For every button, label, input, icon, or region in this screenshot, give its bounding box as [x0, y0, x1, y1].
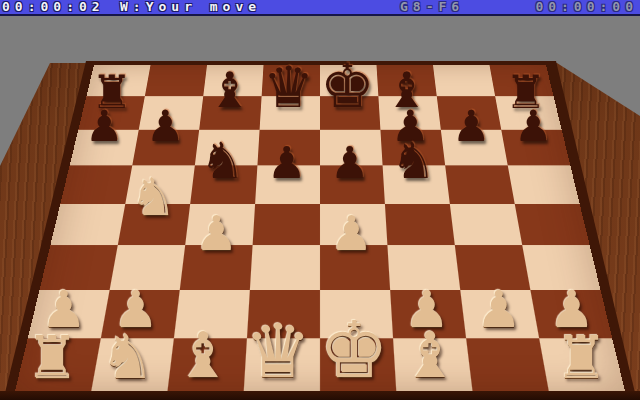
piece-white-knight-b5[interactable]: ♞: [130, 171, 177, 223]
piece-black-knight-f6[interactable]: ♞: [391, 136, 436, 186]
piece-white-knight-b1[interactable]: ♞: [100, 326, 155, 387]
piece-black-bishop-c8[interactable]: ♝: [208, 66, 252, 115]
piece-black-pawn-e6[interactable]: ♟: [330, 141, 369, 185]
pieces-layer: ♜♝♛♚♝♜♟♟♟♟♟♞♟♟♞♞♟♟♟♟♟♟♟♜♞♝♛♚♝♜: [0, 0, 640, 400]
piece-black-knight-c6[interactable]: ♞: [200, 136, 245, 186]
piece-black-pawn-h7[interactable]: ♟: [514, 105, 553, 148]
piece-black-pawn-a7[interactable]: ♟: [85, 105, 124, 148]
piece-white-pawn-c4[interactable]: ♟: [195, 209, 238, 257]
piece-black-pawn-d6[interactable]: ♟: [267, 141, 306, 185]
piece-black-king-e8[interactable]: ♚: [320, 55, 375, 116]
piece-white-bishop-f1[interactable]: ♝: [402, 324, 458, 387]
piece-black-queen-d8[interactable]: ♛: [263, 59, 314, 116]
piece-white-bishop-c1[interactable]: ♝: [175, 324, 231, 387]
chess-app-window: 00:00:02 W:Your move G8-F6 00:00:00 ♜♝♛♚…: [0, 0, 640, 400]
piece-white-pawn-g2[interactable]: ♟: [476, 284, 522, 335]
piece-black-pawn-b7[interactable]: ♟: [146, 105, 185, 148]
piece-black-pawn-g7[interactable]: ♟: [452, 105, 491, 148]
piece-white-king-e1[interactable]: ♚: [319, 311, 389, 389]
piece-white-rook-h1[interactable]: ♜: [555, 328, 608, 387]
piece-white-rook-a1[interactable]: ♜: [26, 328, 79, 387]
piece-white-queen-d1[interactable]: ♛: [245, 314, 311, 388]
piece-white-pawn-e4[interactable]: ♟: [330, 209, 373, 257]
